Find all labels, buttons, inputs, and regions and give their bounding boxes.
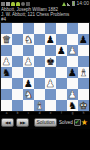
black-pawn-e7: ♟ [45, 34, 56, 45]
square-f8[interactable] [56, 23, 67, 34]
white-pawn-g2: ♟ [67, 89, 78, 100]
chess-board: ♛♞♟♟♟♟♟♟♚♞♟♝♟♟♞♟♝♞♚ [0, 22, 90, 112]
square-e1[interactable] [45, 100, 56, 111]
square-f4[interactable] [56, 67, 67, 78]
white-bishop-d1: ♝ [34, 100, 45, 111]
square-c6[interactable] [23, 45, 34, 56]
solved-checkbox-mark: ✔ [75, 119, 80, 125]
black-knight-g1: ♞ [67, 100, 78, 111]
square-c2[interactable]: ♞ [23, 89, 34, 100]
file-label-d: d [34, 112, 45, 115]
square-e7[interactable]: ♟ [45, 34, 56, 45]
empty-area [0, 132, 90, 150]
square-f6[interactable]: ♟ [56, 45, 67, 56]
android-robot-icon [16, 2, 20, 6]
status-bar-clock: 14:00 [76, 0, 89, 7]
square-f5[interactable] [56, 56, 67, 67]
black-pawn-f6: ♟ [56, 45, 67, 56]
square-c7[interactable]: ♞ [23, 34, 34, 45]
square-b1[interactable] [12, 100, 23, 111]
square-d3[interactable] [34, 78, 45, 89]
square-d6[interactable] [34, 45, 45, 56]
solution-button[interactable]: Solution [34, 118, 57, 127]
square-g2[interactable]: ♟ [67, 89, 78, 100]
square-b8[interactable] [12, 23, 23, 34]
black-pawn-h7: ♟ [78, 34, 89, 45]
black-king-e5: ♚ [45, 56, 56, 67]
square-c3[interactable]: ♟ [23, 78, 34, 89]
square-a1[interactable] [1, 100, 12, 111]
file-labels: abcdefgh [0, 112, 90, 115]
square-e2[interactable] [45, 89, 56, 100]
square-h5[interactable] [78, 56, 89, 67]
square-e4[interactable] [45, 67, 56, 78]
square-h1[interactable]: ♚ [78, 100, 89, 111]
square-b2[interactable] [12, 89, 23, 100]
square-f3[interactable] [56, 78, 67, 89]
square-f2[interactable] [56, 89, 67, 100]
square-c5[interactable]: ♟ [23, 56, 34, 67]
notification-dot-icon [21, 2, 25, 6]
file-label-f: f [56, 112, 67, 115]
white-pawn-e3: ♟ [45, 78, 56, 89]
square-a5[interactable]: ♟ [1, 56, 12, 67]
solved-label: Solved [59, 120, 73, 125]
file-label-a: a [1, 112, 12, 115]
signal-strength-icon [67, 2, 71, 6]
solution-button-label: Solution [36, 119, 54, 125]
square-a7[interactable]: ♛ [1, 34, 12, 45]
square-c8[interactable] [23, 23, 34, 34]
forward-icon: ▶▶ [20, 120, 25, 125]
square-f1[interactable] [56, 100, 67, 111]
square-h7[interactable]: ♟ [78, 34, 89, 45]
square-d1[interactable]: ♝ [34, 100, 45, 111]
white-pawn-c5: ♟ [23, 56, 34, 67]
square-a3[interactable] [1, 78, 12, 89]
square-h6[interactable] [78, 45, 89, 56]
square-b4[interactable] [12, 67, 23, 78]
square-h8[interactable] [78, 23, 89, 34]
square-f7[interactable] [56, 34, 67, 45]
file-label-e: e [45, 112, 56, 115]
white-bishop-h4: ♝ [78, 67, 89, 78]
status-bar-right: 14:00 [62, 0, 89, 7]
square-h3[interactable] [78, 78, 89, 89]
file-label-g: g [67, 112, 78, 115]
square-h2[interactable] [78, 89, 89, 100]
square-g1[interactable]: ♞ [67, 100, 78, 111]
white-knight-c2: ♞ [23, 89, 34, 100]
square-b3[interactable] [12, 78, 23, 89]
square-g5[interactable] [67, 56, 78, 67]
favorite-star-icon[interactable]: ★ [81, 118, 88, 127]
square-b6[interactable] [12, 45, 23, 56]
problem-header: Abbott, Joseph William 1882 J. W. Abbott… [0, 7, 90, 22]
square-d2[interactable] [34, 89, 45, 100]
app-notification-icon [1, 2, 5, 6]
square-c4[interactable] [23, 67, 34, 78]
controls-bar: ◀◀ ▶▶ Solution Solved ✔ ★ [0, 115, 90, 129]
black-pawn-c3: ♟ [23, 78, 34, 89]
white-king-h1: ♚ [78, 100, 89, 111]
usb-icon [26, 2, 30, 6]
square-h4[interactable]: ♝ [78, 67, 89, 78]
square-d8[interactable] [34, 23, 45, 34]
square-b5[interactable] [12, 56, 23, 67]
file-label-h: h [78, 112, 89, 115]
rewind-icon: ◀◀ [5, 120, 10, 125]
square-e8[interactable] [45, 23, 56, 34]
white-pawn-a5: ♟ [1, 56, 12, 67]
square-g4[interactable]: ♟ [67, 67, 78, 78]
app-notification-icon [6, 2, 10, 6]
square-a2[interactable] [1, 89, 12, 100]
square-g6[interactable]: ♟ [67, 45, 78, 56]
white-pawn-g6: ♟ [67, 45, 78, 56]
white-queen-a7: ♛ [1, 34, 12, 45]
wifi-icon [62, 2, 66, 6]
rewind-button[interactable]: ◀◀ [1, 118, 14, 127]
square-a8[interactable] [1, 23, 12, 34]
file-label-c: c [23, 112, 34, 115]
solved-checkbox[interactable]: ✔ [74, 119, 81, 126]
black-pawn-g4: ♟ [67, 67, 78, 78]
square-c1[interactable] [23, 100, 34, 111]
app-screen: 14:00 Abbott, Joseph William 1882 J. W. … [0, 0, 90, 150]
square-g7[interactable] [67, 34, 78, 45]
square-b7[interactable] [12, 34, 23, 45]
square-d7[interactable] [34, 34, 45, 45]
white-knight-c7: ♞ [23, 34, 34, 45]
android-robot-icon [11, 2, 15, 6]
square-e5[interactable]: ♚ [45, 56, 56, 67]
square-e6[interactable] [45, 45, 56, 56]
square-g8[interactable] [67, 23, 78, 34]
black-knight-a4: ♞ [1, 67, 12, 78]
battery-icon [72, 1, 75, 6]
square-e3[interactable]: ♟ [45, 78, 56, 89]
square-d5[interactable] [34, 56, 45, 67]
file-label-b: b [12, 112, 23, 115]
square-a4[interactable]: ♞ [1, 67, 12, 78]
square-a6[interactable] [1, 45, 12, 56]
forward-button[interactable]: ▶▶ [16, 118, 29, 127]
square-d4[interactable] [34, 67, 45, 78]
status-bar: 14:00 [0, 0, 90, 7]
square-g3[interactable] [67, 78, 78, 89]
